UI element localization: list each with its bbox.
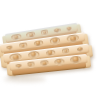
cylinder-knob (17, 64, 20, 66)
cylinder-knob (29, 32, 33, 36)
cylinder-socket (11, 33, 21, 40)
cylinder-socket (19, 43, 27, 49)
cylinder-knob (36, 41, 41, 45)
cylinder-socket (26, 31, 35, 37)
cylinder-knob (57, 59, 62, 63)
cylinder-knob (31, 52, 36, 56)
cylinder-socket (69, 56, 81, 64)
cylinder-socket (15, 63, 21, 67)
cylinder-knob (43, 31, 47, 34)
cylinder-socket (66, 34, 79, 43)
cylinder-socket (46, 50, 56, 56)
cylinder-socket (62, 48, 70, 53)
cylinder-knob (21, 44, 25, 47)
cylinder-knob (14, 35, 19, 39)
cylinder-socket (27, 62, 34, 67)
cylinder-socket (49, 37, 60, 45)
cylinder-knob (55, 29, 58, 32)
cylinder-knob (67, 27, 70, 29)
cylinder-knob (42, 61, 46, 65)
cylinder-knob (64, 49, 68, 52)
cylinder-socket (40, 30, 48, 36)
cylinder-knob (12, 54, 18, 59)
cylinder-socket (76, 47, 83, 52)
cylinder-knob (48, 51, 52, 55)
product-photo-scene (0, 0, 100, 100)
cylinder-socket (54, 58, 65, 65)
cylinder-socket (33, 40, 43, 47)
cylinder-socket (40, 60, 49, 66)
cylinder-knob (70, 35, 76, 40)
cylinder-knob (8, 46, 11, 49)
cylinder-knob (78, 48, 81, 51)
cylinder-knob (29, 63, 32, 66)
cylinder-socket (28, 51, 39, 59)
cylinder-socket (54, 28, 61, 33)
cylinder-socket (66, 26, 72, 30)
cylinder-knob (52, 38, 57, 43)
cylinder-socket (6, 45, 12, 49)
cylinder-knob (73, 57, 79, 62)
